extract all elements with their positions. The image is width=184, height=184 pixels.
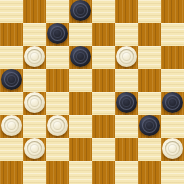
square-e5[interactable]	[92, 69, 115, 92]
square-d1	[69, 161, 92, 184]
square-c2	[46, 138, 69, 161]
square-h7	[161, 23, 184, 46]
square-b1	[23, 161, 46, 184]
square-f5	[115, 69, 138, 92]
black-checker-g3[interactable]	[139, 115, 160, 136]
square-h5	[161, 69, 184, 92]
square-e3[interactable]	[92, 115, 115, 138]
white-checker-f6[interactable]	[116, 46, 137, 67]
square-g6	[138, 46, 161, 69]
black-checker-d8[interactable]	[70, 0, 91, 21]
square-a2	[0, 138, 23, 161]
square-b7	[23, 23, 46, 46]
black-checker-d6[interactable]	[70, 46, 91, 67]
square-f6[interactable]	[115, 46, 138, 69]
white-checker-h2[interactable]	[162, 138, 183, 159]
square-g5[interactable]	[138, 69, 161, 92]
square-a4	[0, 92, 23, 115]
square-e1[interactable]	[92, 161, 115, 184]
square-h4[interactable]	[161, 92, 184, 115]
black-checker-a5[interactable]	[1, 69, 22, 90]
square-b5	[23, 69, 46, 92]
square-a1[interactable]	[0, 161, 23, 184]
square-d2[interactable]	[69, 138, 92, 161]
square-c5[interactable]	[46, 69, 69, 92]
square-f1	[115, 161, 138, 184]
square-d3	[69, 115, 92, 138]
square-c8	[46, 0, 69, 23]
black-checker-h4[interactable]	[162, 92, 183, 113]
square-c1[interactable]	[46, 161, 69, 184]
square-h8[interactable]	[161, 0, 184, 23]
square-b6[interactable]	[23, 46, 46, 69]
white-checker-b4[interactable]	[24, 92, 45, 113]
square-f7	[115, 23, 138, 46]
square-b3	[23, 115, 46, 138]
square-c6	[46, 46, 69, 69]
square-a3[interactable]	[0, 115, 23, 138]
square-b8[interactable]	[23, 0, 46, 23]
square-h2[interactable]	[161, 138, 184, 161]
square-g8	[138, 0, 161, 23]
square-f2[interactable]	[115, 138, 138, 161]
square-e2	[92, 138, 115, 161]
black-checker-c7[interactable]	[47, 23, 68, 44]
square-c7[interactable]	[46, 23, 69, 46]
square-d7	[69, 23, 92, 46]
square-e8	[92, 0, 115, 23]
square-h1	[161, 161, 184, 184]
square-a8	[0, 0, 23, 23]
square-a7[interactable]	[0, 23, 23, 46]
square-g4	[138, 92, 161, 115]
square-f3	[115, 115, 138, 138]
square-d6[interactable]	[69, 46, 92, 69]
square-e7[interactable]	[92, 23, 115, 46]
square-h3	[161, 115, 184, 138]
square-d4[interactable]	[69, 92, 92, 115]
square-g1[interactable]	[138, 161, 161, 184]
square-f4[interactable]	[115, 92, 138, 115]
square-d8[interactable]	[69, 0, 92, 23]
square-a6	[0, 46, 23, 69]
square-h6[interactable]	[161, 46, 184, 69]
square-g2	[138, 138, 161, 161]
white-checker-c3[interactable]	[47, 115, 68, 136]
square-a5[interactable]	[0, 69, 23, 92]
square-b2[interactable]	[23, 138, 46, 161]
square-b4[interactable]	[23, 92, 46, 115]
white-checker-b6[interactable]	[24, 46, 45, 67]
white-checker-a3[interactable]	[1, 115, 22, 136]
square-e6	[92, 46, 115, 69]
square-g7[interactable]	[138, 23, 161, 46]
square-c4	[46, 92, 69, 115]
checkers-board	[0, 0, 184, 184]
square-d5	[69, 69, 92, 92]
square-c3[interactable]	[46, 115, 69, 138]
square-f8[interactable]	[115, 0, 138, 23]
white-checker-b2[interactable]	[24, 138, 45, 159]
square-g3[interactable]	[138, 115, 161, 138]
black-checker-f4[interactable]	[116, 92, 137, 113]
square-e4	[92, 92, 115, 115]
